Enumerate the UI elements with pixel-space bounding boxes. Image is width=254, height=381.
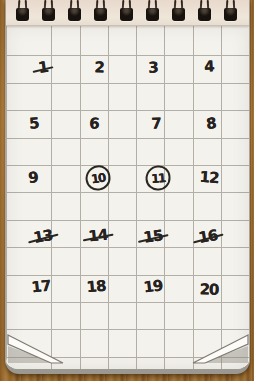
number-18: 18 [86, 279, 106, 296]
wood-table-background: 1234567891011121314151617181920 [0, 0, 254, 381]
page-curl-right-icon [187, 334, 249, 364]
spiral-ring-icon [67, 0, 83, 23]
spiral-ring-icon [197, 0, 213, 23]
number-17: 17 [31, 279, 51, 296]
spiral-hole-icon [224, 8, 237, 21]
spiral-ring-icon [171, 0, 187, 23]
spiral-hole-icon [42, 8, 55, 21]
spiral-ring-icon [15, 0, 31, 23]
number-11: 11 [145, 165, 172, 192]
number-6: 6 [89, 116, 99, 131]
spiral-ring-icon [145, 0, 161, 23]
number-10: 10 [84, 164, 112, 192]
number-8: 8 [206, 116, 217, 132]
spiral-ring-icon [93, 0, 109, 23]
number-9: 9 [28, 170, 39, 186]
number-1: 1 [37, 60, 48, 76]
number-20: 20 [199, 282, 218, 298]
spiral-binding [6, 0, 249, 26]
spiral-ring-icon [41, 0, 57, 23]
number-4: 4 [204, 59, 214, 74]
number-3: 3 [148, 60, 158, 75]
spiral-hole-icon [146, 8, 159, 21]
spiral-notepad: 1234567891011121314151617181920 [5, 0, 250, 374]
number-5: 5 [29, 116, 39, 132]
spiral-hole-icon [172, 8, 185, 21]
spiral-ring-icon [223, 0, 239, 23]
spiral-hole-icon [94, 8, 107, 21]
spiral-hole-icon [16, 8, 29, 21]
number-13: 13 [32, 228, 53, 246]
number-7: 7 [151, 116, 161, 131]
number-2: 2 [94, 60, 104, 75]
number-grid: 1234567891011121314151617181920 [6, 0, 249, 369]
spiral-hole-icon [68, 8, 81, 21]
number-14: 14 [88, 228, 108, 245]
spiral-hole-icon [120, 8, 133, 21]
spiral-hole-icon [198, 8, 211, 21]
number-16: 16 [197, 228, 218, 246]
page-curl-left-icon [7, 334, 69, 364]
spiral-ring-icon [119, 0, 135, 23]
number-19: 19 [143, 278, 164, 295]
number-12: 12 [199, 170, 219, 186]
number-15: 15 [143, 228, 164, 245]
